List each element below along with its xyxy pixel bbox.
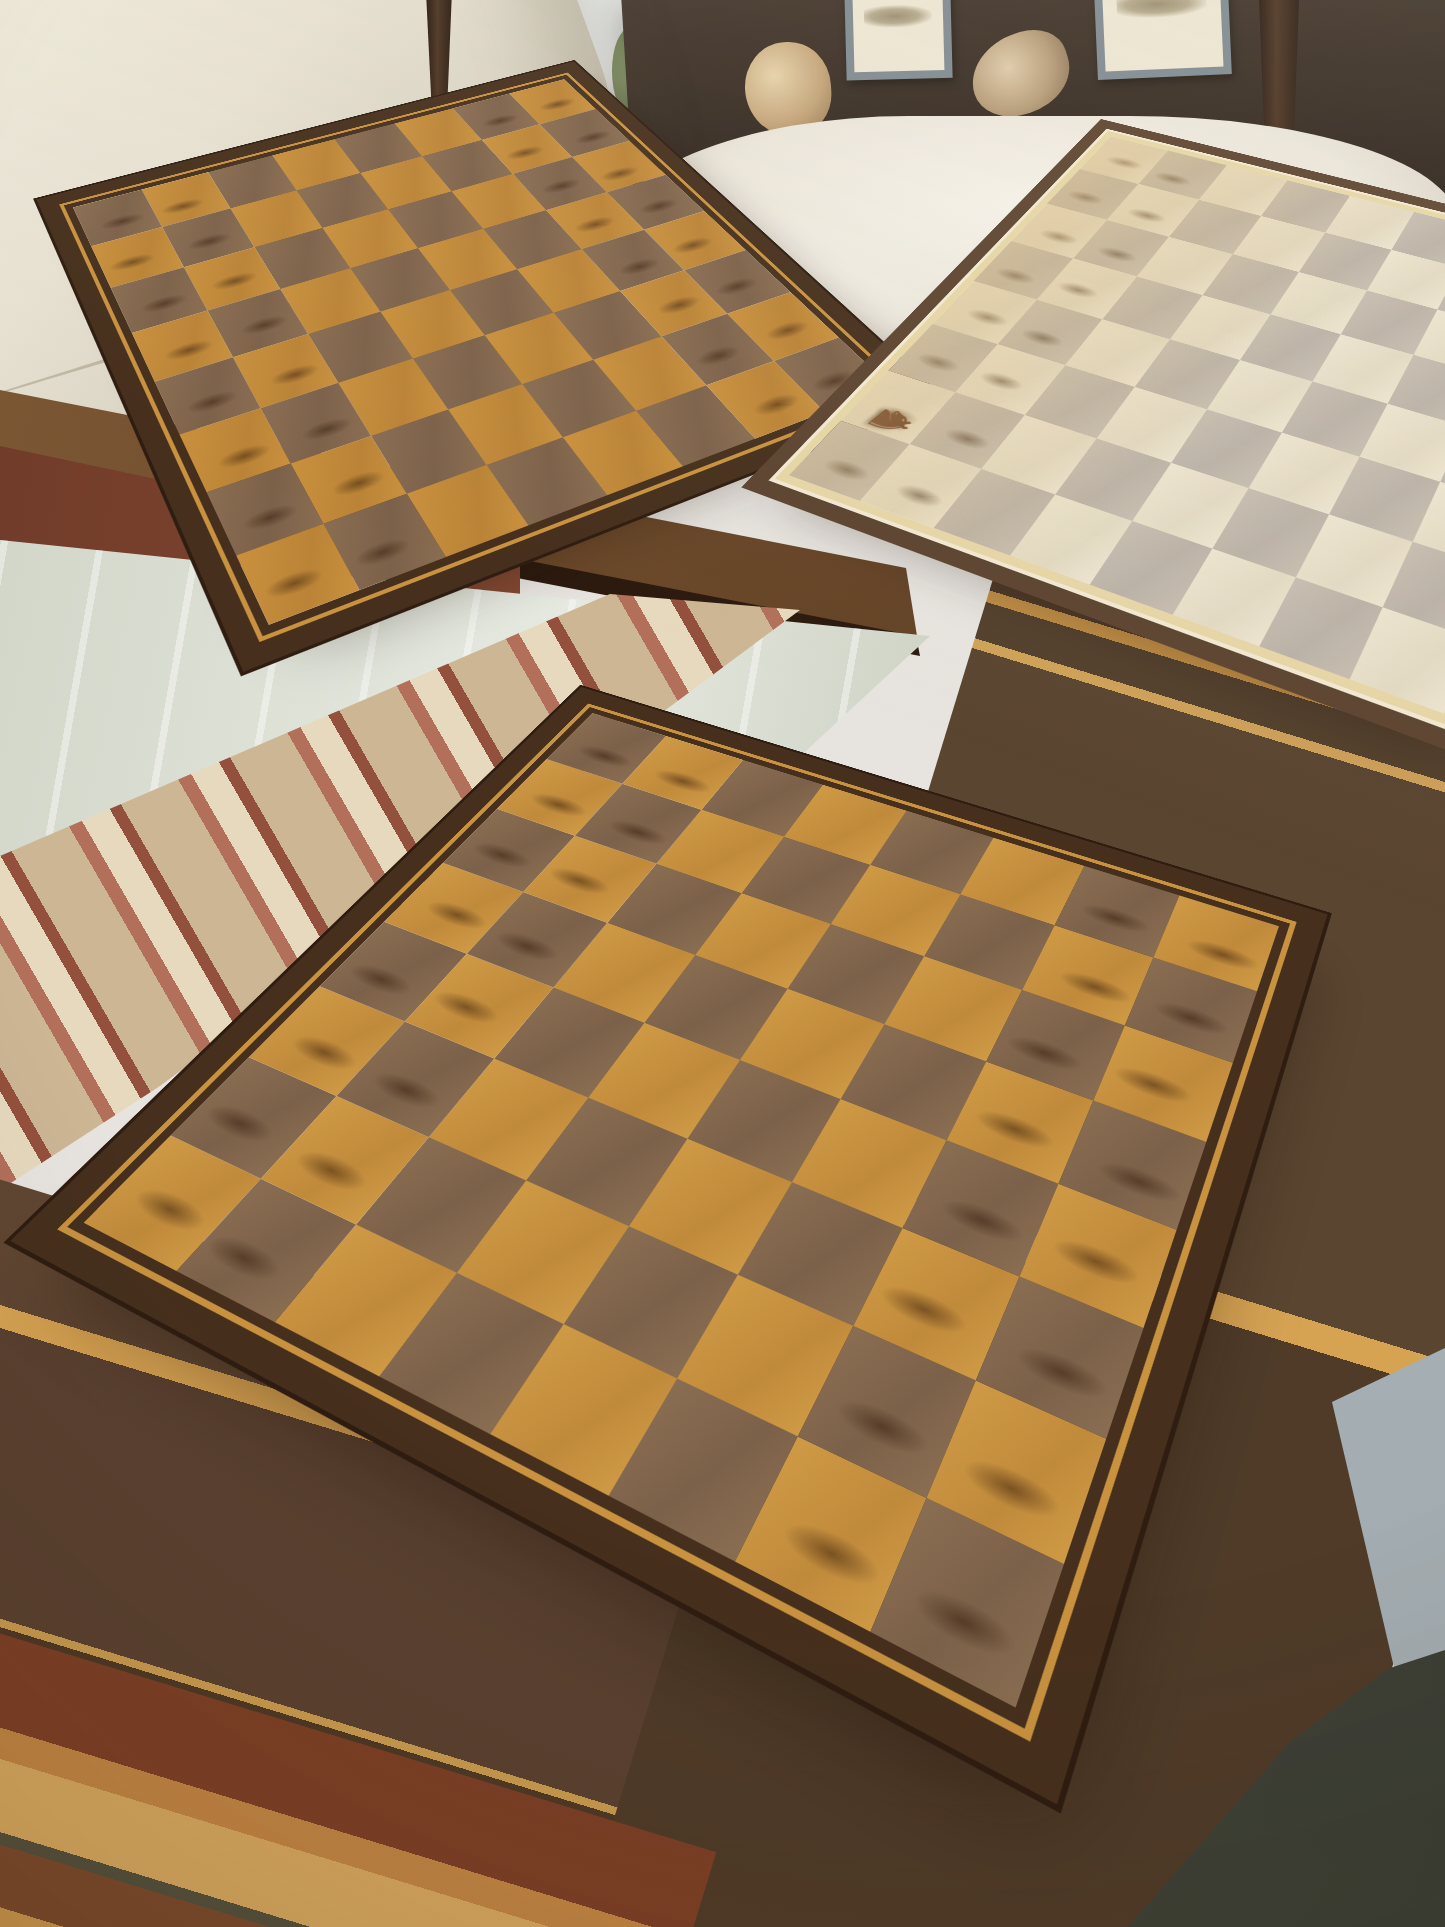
piece-glyph: ♟ [1024,298,1062,338]
sq-c5 [388,191,483,248]
sq-d5 [588,1023,740,1139]
piece-glyph: ♟ [981,1059,1048,1130]
piece-glyph: ♟ [305,382,349,429]
piece-glyph: ♟ [1099,217,1134,254]
piece-glyph: ♞ [955,1370,1067,1489]
piece-glyph: ♟ [297,1098,365,1170]
piece-glyph: ♟ [576,185,613,224]
piece-glyph: ♟ [1155,144,1188,179]
piece-glyph: ♟ [611,775,665,832]
sq-d3 [1313,334,1414,403]
piece-glyph: ♟ [1012,986,1075,1053]
piece-glyph: ♝ [708,225,766,287]
piece-glyph: ♟ [374,1022,439,1091]
piece-glyph: ♜ [821,415,873,470]
piece-glyph: ♜ [910,1508,1017,1622]
piece-glyph: ♟ [1130,180,1164,216]
piece-glyph: ♜ [127,1119,213,1210]
piece-glyph: ♟ [544,148,580,186]
piece-glyph: ♟ [886,1230,960,1309]
chessboard-foreground: ♜♞♝♛♚♝♞♜♟♟♟♟♟♟♟♟♟♟♟♟♟♟♟♟♜♞♝♛♚♝♞♜ [150,470,1330,1650]
piece-glyph: ♟ [789,1464,874,1554]
piece-glyph: ♟ [497,884,556,946]
piece-glyph: ♟ [659,263,699,305]
piece-glyph: ♟ [843,1343,922,1427]
piece-glyph: ♟ [435,942,496,1007]
piece-glyph: ♟ [946,396,987,439]
sq-f2 [1329,457,1440,542]
piece-glyph: ♟ [1059,252,1095,290]
piece-glyph: ♝ [909,303,966,363]
piece-glyph: ♜ [1104,121,1144,163]
piece-glyph: ♝ [277,954,370,1052]
board-grid: ♜♞♝♛♚♝♞♜♟♟♟♟♟♟♟♟♟♟♟♟♟♟♟♟♜♞♝♛♚♝♞♜ [84,713,1279,1707]
sq-a4 [490,1324,677,1496]
piece-glyph: ♟ [507,116,542,153]
piece-glyph: ♟ [982,339,1021,381]
piece-glyph: ♝ [1006,1253,1119,1372]
piece-glyph: ♟ [274,329,316,374]
piece-glyph: ♟ [207,1182,279,1258]
piece-glyph: ♟ [698,312,740,356]
living-room-chess-photo: ♜♞♝♛♚♝♞♜♟♟♟♟♟♟♟♟♟♟♟♟♟♟♟♟♜♞♝♛♚♝♞♜ ♜♞♝♛♚♝♞… [0,0,1445,1927]
piece-glyph: ♟ [1086,857,1144,918]
piece-glyph: ♟ [551,821,607,880]
piece-glyph: ♟ [620,226,659,267]
piece-glyph: ♟ [947,1146,1018,1221]
